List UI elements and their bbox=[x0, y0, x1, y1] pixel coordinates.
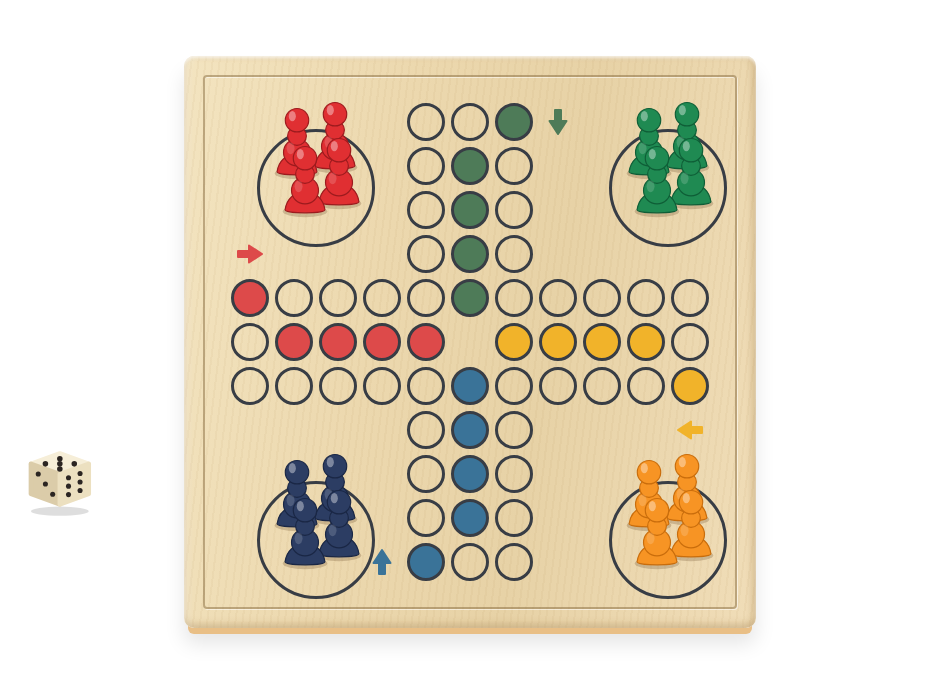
green-pawn[interactable] bbox=[630, 143, 684, 218]
green-goal-field[interactable] bbox=[451, 235, 489, 273]
navy-start-field[interactable] bbox=[407, 543, 445, 581]
orange-goal-field[interactable] bbox=[495, 323, 533, 361]
green-goal-field[interactable] bbox=[451, 279, 489, 317]
green-start-arrow bbox=[536, 100, 580, 144]
track-field[interactable] bbox=[407, 499, 445, 537]
track-field[interactable] bbox=[495, 235, 533, 273]
track-field[interactable] bbox=[407, 191, 445, 229]
red-start-field[interactable] bbox=[231, 279, 269, 317]
green-goal-field[interactable] bbox=[451, 191, 489, 229]
navy-goal-field[interactable] bbox=[451, 367, 489, 405]
track-field[interactable] bbox=[495, 455, 533, 493]
track-field[interactable] bbox=[407, 235, 445, 273]
track-field[interactable] bbox=[627, 367, 665, 405]
red-start-arrow bbox=[228, 232, 272, 276]
track-field[interactable] bbox=[495, 543, 533, 581]
track-field[interactable] bbox=[495, 367, 533, 405]
orange-goal-field[interactable] bbox=[583, 323, 621, 361]
green-goal-field[interactable] bbox=[451, 147, 489, 185]
page: { "scene": { "background": "#ffffff", "d… bbox=[0, 0, 928, 686]
product-photo-stage bbox=[0, 0, 928, 686]
orange-goal-field[interactable] bbox=[539, 323, 577, 361]
track-field[interactable] bbox=[363, 279, 401, 317]
navy-start-arrow bbox=[360, 540, 404, 584]
navy-goal-field[interactable] bbox=[451, 499, 489, 537]
navy-goal-field[interactable] bbox=[451, 455, 489, 493]
track-field[interactable] bbox=[583, 367, 621, 405]
orange-pawn[interactable] bbox=[630, 495, 684, 570]
red-goal-field[interactable] bbox=[363, 323, 401, 361]
track-field[interactable] bbox=[319, 367, 357, 405]
die[interactable] bbox=[24, 450, 98, 517]
navy-goal-field[interactable] bbox=[451, 411, 489, 449]
track-field[interactable] bbox=[407, 279, 445, 317]
track-field[interactable] bbox=[671, 279, 709, 317]
ludo-board bbox=[184, 56, 756, 628]
track-field[interactable] bbox=[451, 543, 489, 581]
ludo-grid bbox=[228, 100, 712, 584]
track-field[interactable] bbox=[627, 279, 665, 317]
track-field[interactable] bbox=[451, 103, 489, 141]
track-field[interactable] bbox=[275, 367, 313, 405]
track-field[interactable] bbox=[407, 147, 445, 185]
track-field[interactable] bbox=[539, 367, 577, 405]
track-field[interactable] bbox=[539, 279, 577, 317]
track-field[interactable] bbox=[231, 367, 269, 405]
track-field[interactable] bbox=[583, 279, 621, 317]
red-pawn[interactable] bbox=[278, 143, 332, 218]
orange-start-arrow bbox=[668, 408, 712, 452]
track-field[interactable] bbox=[495, 147, 533, 185]
green-start-field[interactable] bbox=[495, 103, 533, 141]
track-field[interactable] bbox=[407, 367, 445, 405]
red-goal-field[interactable] bbox=[275, 323, 313, 361]
navy-pawn[interactable] bbox=[278, 495, 332, 570]
red-goal-field[interactable] bbox=[407, 323, 445, 361]
red-goal-field[interactable] bbox=[319, 323, 357, 361]
orange-start-field[interactable] bbox=[671, 367, 709, 405]
track-field[interactable] bbox=[495, 191, 533, 229]
track-field[interactable] bbox=[407, 455, 445, 493]
track-field[interactable] bbox=[231, 323, 269, 361]
track-field[interactable] bbox=[495, 279, 533, 317]
track-field[interactable] bbox=[495, 499, 533, 537]
track-field[interactable] bbox=[407, 103, 445, 141]
orange-goal-field[interactable] bbox=[627, 323, 665, 361]
track-field[interactable] bbox=[495, 411, 533, 449]
track-field[interactable] bbox=[275, 279, 313, 317]
track-field[interactable] bbox=[363, 367, 401, 405]
track-field[interactable] bbox=[407, 411, 445, 449]
track-field[interactable] bbox=[671, 323, 709, 361]
track-field[interactable] bbox=[319, 279, 357, 317]
